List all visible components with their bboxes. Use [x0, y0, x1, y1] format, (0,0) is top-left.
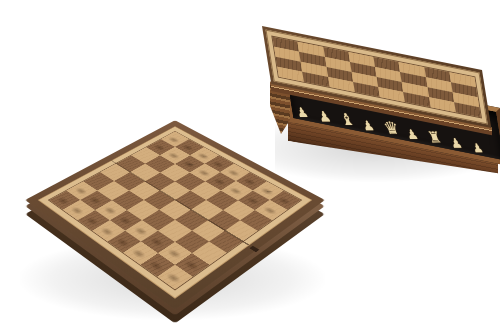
square-h1: ♜: [157, 265, 193, 290]
square-h7: ♟: [255, 200, 287, 220]
stored-piece: ♟: [316, 109, 333, 123]
stored-piece: ♛: [381, 120, 401, 137]
stored-piece: ♟: [404, 128, 420, 141]
scene: ♜♞♝♛♚♝♞♜♟♟♟♟♟♟♟♟♟♟♟♟♟♟♟♟♜♞♝♛♚♝♞♜ ♟♟♝♟♛♟♜…: [0, 0, 500, 333]
stored-piece: ♝: [338, 112, 357, 128]
stored-piece: ♟: [294, 106, 310, 119]
stored-piece: ♟: [471, 142, 485, 154]
white-rook: ♜: [155, 260, 191, 280]
stored-piece: ♟: [360, 119, 376, 132]
stored-piece: ♜: [426, 130, 444, 145]
black-pawn: ♟: [254, 196, 287, 212]
stored-piece: ♟: [448, 137, 464, 150]
